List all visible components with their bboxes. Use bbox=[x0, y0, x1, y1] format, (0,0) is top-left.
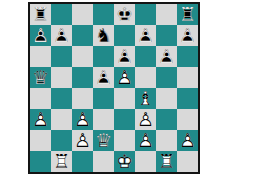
black-k-piece-outline: ♔ bbox=[114, 4, 135, 25]
square-e1[interactable]: ♚♔ bbox=[114, 151, 135, 172]
square-b4[interactable] bbox=[51, 88, 72, 109]
square-g8[interactable] bbox=[156, 4, 177, 25]
black-q-piece-fill: ♛ bbox=[30, 67, 51, 88]
black-p-piece-fill: ♟ bbox=[93, 67, 114, 88]
square-g3[interactable] bbox=[156, 109, 177, 130]
black-n-piece-fill: ♞ bbox=[93, 25, 114, 46]
square-b1[interactable]: ♜♖ bbox=[51, 151, 72, 172]
square-g6[interactable]: ♟♙ bbox=[156, 46, 177, 67]
white-q-piece-fill: ♛ bbox=[93, 130, 114, 151]
square-d2[interactable]: ♛♕ bbox=[93, 130, 114, 151]
square-f1[interactable] bbox=[135, 151, 156, 172]
black-r-piece-fill: ♜ bbox=[177, 4, 198, 25]
black-p-piece-fill: ♟ bbox=[51, 25, 72, 46]
white-p-piece-fill: ♟ bbox=[72, 130, 93, 151]
white-k-piece-outline: ♔ bbox=[114, 151, 135, 172]
square-g2[interactable] bbox=[156, 130, 177, 151]
square-d4[interactable] bbox=[93, 88, 114, 109]
square-c8[interactable] bbox=[72, 4, 93, 25]
square-b2[interactable] bbox=[51, 130, 72, 151]
square-g1[interactable]: ♜♖ bbox=[156, 151, 177, 172]
square-g4[interactable] bbox=[156, 88, 177, 109]
square-a7[interactable]: ♟♙ bbox=[30, 25, 51, 46]
white-b-piece-outline: ♗ bbox=[135, 88, 156, 109]
square-b5[interactable] bbox=[51, 67, 72, 88]
square-h2[interactable]: ♟♙ bbox=[177, 130, 198, 151]
square-d1[interactable] bbox=[93, 151, 114, 172]
square-e8[interactable]: ♚♔ bbox=[114, 4, 135, 25]
square-f4[interactable]: ♝♗ bbox=[135, 88, 156, 109]
square-h8[interactable]: ♜♖ bbox=[177, 4, 198, 25]
square-b8[interactable] bbox=[51, 4, 72, 25]
black-p-piece-outline: ♙ bbox=[135, 25, 156, 46]
black-p-piece-outline: ♙ bbox=[156, 46, 177, 67]
square-g7[interactable] bbox=[156, 25, 177, 46]
square-b6[interactable] bbox=[51, 46, 72, 67]
square-b3[interactable] bbox=[51, 109, 72, 130]
white-p-piece-outline: ♙ bbox=[30, 109, 51, 130]
square-f8[interactable] bbox=[135, 4, 156, 25]
square-f6[interactable] bbox=[135, 46, 156, 67]
white-p-piece-fill: ♟ bbox=[135, 109, 156, 130]
square-b7[interactable]: ♟♙ bbox=[51, 25, 72, 46]
square-f3[interactable]: ♟♙ bbox=[135, 109, 156, 130]
black-p-piece-outline: ♙ bbox=[30, 25, 51, 46]
square-f2[interactable]: ♟♙ bbox=[135, 130, 156, 151]
square-d5[interactable]: ♟♙ bbox=[93, 67, 114, 88]
square-e6[interactable]: ♟♙ bbox=[114, 46, 135, 67]
white-r-piece-outline: ♖ bbox=[51, 151, 72, 172]
square-f5[interactable] bbox=[135, 67, 156, 88]
black-r-piece-outline: ♖ bbox=[30, 4, 51, 25]
square-e3[interactable] bbox=[114, 109, 135, 130]
square-h3[interactable] bbox=[177, 109, 198, 130]
white-q-piece-outline: ♕ bbox=[93, 130, 114, 151]
black-p-piece-fill: ♟ bbox=[30, 25, 51, 46]
white-p-piece-fill: ♟ bbox=[177, 130, 198, 151]
square-c6[interactable] bbox=[72, 46, 93, 67]
black-p-piece-fill: ♟ bbox=[114, 46, 135, 67]
white-p-piece-outline: ♙ bbox=[72, 109, 93, 130]
white-p-piece-fill: ♟ bbox=[30, 109, 51, 130]
diagram-canvas: ♜♖♚♔♜♖♟♙♟♙♞♘♟♙♟♙♟♙♟♙♛♕♟♙♟♙♝♗♟♙♟♙♟♙♟♙♛♕♟♙… bbox=[0, 0, 275, 175]
black-p-piece-fill: ♟ bbox=[177, 25, 198, 46]
black-p-piece-outline: ♙ bbox=[114, 46, 135, 67]
white-p-piece-fill: ♟ bbox=[135, 130, 156, 151]
square-a1[interactable] bbox=[30, 151, 51, 172]
square-e5[interactable]: ♟♙ bbox=[114, 67, 135, 88]
white-p-piece-fill: ♟ bbox=[114, 67, 135, 88]
square-g5[interactable] bbox=[156, 67, 177, 88]
white-p-piece-outline: ♙ bbox=[114, 67, 135, 88]
square-d8[interactable] bbox=[93, 4, 114, 25]
square-a4[interactable] bbox=[30, 88, 51, 109]
black-q-piece-outline: ♕ bbox=[30, 67, 51, 88]
square-e2[interactable] bbox=[114, 130, 135, 151]
square-h6[interactable] bbox=[177, 46, 198, 67]
square-e7[interactable] bbox=[114, 25, 135, 46]
square-a3[interactable]: ♟♙ bbox=[30, 109, 51, 130]
black-r-piece-outline: ♖ bbox=[177, 4, 198, 25]
square-h1[interactable] bbox=[177, 151, 198, 172]
white-r-piece-outline: ♖ bbox=[156, 151, 177, 172]
black-k-piece-fill: ♚ bbox=[114, 4, 135, 25]
black-r-piece-fill: ♜ bbox=[30, 4, 51, 25]
square-c2[interactable]: ♟♙ bbox=[72, 130, 93, 151]
white-p-piece-outline: ♙ bbox=[177, 130, 198, 151]
square-c7[interactable] bbox=[72, 25, 93, 46]
chess-board: ♜♖♚♔♜♖♟♙♟♙♞♘♟♙♟♙♟♙♟♙♛♕♟♙♟♙♝♗♟♙♟♙♟♙♟♙♛♕♟♙… bbox=[28, 2, 200, 174]
white-p-piece-outline: ♙ bbox=[72, 130, 93, 151]
square-a2[interactable] bbox=[30, 130, 51, 151]
black-p-piece-fill: ♟ bbox=[135, 25, 156, 46]
square-c3[interactable]: ♟♙ bbox=[72, 109, 93, 130]
square-d3[interactable] bbox=[93, 109, 114, 130]
black-n-piece-outline: ♘ bbox=[93, 25, 114, 46]
square-h7[interactable]: ♟♙ bbox=[177, 25, 198, 46]
white-k-piece-fill: ♚ bbox=[114, 151, 135, 172]
square-c5[interactable] bbox=[72, 67, 93, 88]
white-r-piece-fill: ♜ bbox=[156, 151, 177, 172]
square-h5[interactable] bbox=[177, 67, 198, 88]
white-p-piece-outline: ♙ bbox=[135, 130, 156, 151]
square-h4[interactable] bbox=[177, 88, 198, 109]
square-f7[interactable]: ♟♙ bbox=[135, 25, 156, 46]
white-p-piece-fill: ♟ bbox=[72, 109, 93, 130]
white-b-piece-fill: ♝ bbox=[135, 88, 156, 109]
square-a5[interactable]: ♛♕ bbox=[30, 67, 51, 88]
white-r-piece-fill: ♜ bbox=[51, 151, 72, 172]
black-p-piece-outline: ♙ bbox=[93, 67, 114, 88]
white-p-piece-outline: ♙ bbox=[135, 109, 156, 130]
black-p-piece-outline: ♙ bbox=[51, 25, 72, 46]
square-a8[interactable]: ♜♖ bbox=[30, 4, 51, 25]
square-d6[interactable] bbox=[93, 46, 114, 67]
square-a6[interactable] bbox=[30, 46, 51, 67]
square-c1[interactable] bbox=[72, 151, 93, 172]
black-p-piece-fill: ♟ bbox=[156, 46, 177, 67]
black-p-piece-outline: ♙ bbox=[177, 25, 198, 46]
square-e4[interactable] bbox=[114, 88, 135, 109]
square-d7[interactable]: ♞♘ bbox=[93, 25, 114, 46]
square-c4[interactable] bbox=[72, 88, 93, 109]
